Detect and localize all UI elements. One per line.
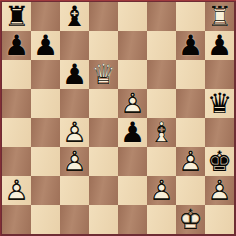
square-f4[interactable]: ♝♗ — [147, 118, 176, 147]
square-a5[interactable] — [2, 89, 31, 118]
square-f5[interactable] — [147, 89, 176, 118]
white-pawn: ♟♙ — [118, 89, 147, 118]
square-e1[interactable] — [118, 205, 147, 234]
black-pawn: ♟ — [118, 118, 147, 147]
square-a8[interactable]: ♜ — [2, 2, 31, 31]
black-pawn: ♟ — [176, 31, 205, 60]
black-rook: ♜ — [2, 2, 31, 31]
square-a3[interactable] — [2, 147, 31, 176]
square-f1[interactable] — [147, 205, 176, 234]
black-pawn: ♟ — [2, 31, 31, 60]
square-c4[interactable]: ♟♙ — [60, 118, 89, 147]
square-g4[interactable] — [176, 118, 205, 147]
square-d2[interactable] — [89, 176, 118, 205]
square-g8[interactable] — [176, 2, 205, 31]
square-f2[interactable]: ♟♙ — [147, 176, 176, 205]
square-c1[interactable] — [60, 205, 89, 234]
square-h2[interactable]: ♟♙ — [205, 176, 234, 205]
square-b4[interactable] — [31, 118, 60, 147]
white-pawn: ♟♙ — [176, 147, 205, 176]
square-c8[interactable]: ♝ — [60, 2, 89, 31]
square-a2[interactable]: ♟♙ — [2, 176, 31, 205]
square-b5[interactable] — [31, 89, 60, 118]
square-c6[interactable]: ♟ — [60, 60, 89, 89]
white-king: ♚♔ — [176, 205, 205, 234]
square-e6[interactable] — [118, 60, 147, 89]
square-d7[interactable] — [89, 31, 118, 60]
square-b2[interactable] — [31, 176, 60, 205]
black-pawn: ♟ — [205, 31, 234, 60]
square-h1[interactable] — [205, 205, 234, 234]
square-h6[interactable] — [205, 60, 234, 89]
square-b1[interactable] — [31, 205, 60, 234]
white-queen: ♛♕ — [89, 60, 118, 89]
square-d3[interactable] — [89, 147, 118, 176]
black-king: ♚ — [205, 147, 234, 176]
square-e8[interactable] — [118, 2, 147, 31]
square-h3[interactable]: ♚ — [205, 147, 234, 176]
square-a7[interactable]: ♟ — [2, 31, 31, 60]
black-queen: ♛ — [205, 89, 234, 118]
square-g6[interactable] — [176, 60, 205, 89]
square-e5[interactable]: ♟♙ — [118, 89, 147, 118]
black-pawn: ♟ — [60, 60, 89, 89]
square-b7[interactable]: ♟ — [31, 31, 60, 60]
white-bishop: ♝♗ — [147, 118, 176, 147]
square-h7[interactable]: ♟ — [205, 31, 234, 60]
square-a4[interactable] — [2, 118, 31, 147]
square-a6[interactable] — [2, 60, 31, 89]
square-f3[interactable] — [147, 147, 176, 176]
square-e7[interactable] — [118, 31, 147, 60]
white-pawn: ♟♙ — [60, 147, 89, 176]
chess-board[interactable]: ♜♝♜♖♟♟♟♟♟♛♕♟♙♛♟♙♟♝♗♟♙♟♙♚♟♙♟♙♟♙♚♔ — [2, 2, 234, 234]
white-pawn: ♟♙ — [2, 176, 31, 205]
square-h4[interactable] — [205, 118, 234, 147]
white-pawn: ♟♙ — [60, 118, 89, 147]
chess-board-frame: ♜♝♜♖♟♟♟♟♟♛♕♟♙♛♟♙♟♝♗♟♙♟♙♚♟♙♟♙♟♙♚♔ — [0, 0, 236, 236]
square-d4[interactable] — [89, 118, 118, 147]
square-e4[interactable]: ♟ — [118, 118, 147, 147]
square-c5[interactable] — [60, 89, 89, 118]
square-d5[interactable] — [89, 89, 118, 118]
square-g7[interactable]: ♟ — [176, 31, 205, 60]
square-g5[interactable] — [176, 89, 205, 118]
square-h8[interactable]: ♜♖ — [205, 2, 234, 31]
square-g1[interactable]: ♚♔ — [176, 205, 205, 234]
square-d1[interactable] — [89, 205, 118, 234]
black-bishop: ♝ — [60, 2, 89, 31]
black-pawn: ♟ — [31, 31, 60, 60]
square-a1[interactable] — [2, 205, 31, 234]
square-b8[interactable] — [31, 2, 60, 31]
square-b6[interactable] — [31, 60, 60, 89]
square-g3[interactable]: ♟♙ — [176, 147, 205, 176]
square-h5[interactable]: ♛ — [205, 89, 234, 118]
square-e2[interactable] — [118, 176, 147, 205]
square-f8[interactable] — [147, 2, 176, 31]
square-d8[interactable] — [89, 2, 118, 31]
square-c7[interactable] — [60, 31, 89, 60]
square-g2[interactable] — [176, 176, 205, 205]
square-c3[interactable]: ♟♙ — [60, 147, 89, 176]
square-e3[interactable] — [118, 147, 147, 176]
white-pawn: ♟♙ — [147, 176, 176, 205]
square-c2[interactable] — [60, 176, 89, 205]
white-rook: ♜♖ — [205, 2, 234, 31]
square-f7[interactable] — [147, 31, 176, 60]
square-d6[interactable]: ♛♕ — [89, 60, 118, 89]
square-f6[interactable] — [147, 60, 176, 89]
square-b3[interactable] — [31, 147, 60, 176]
white-pawn: ♟♙ — [205, 176, 234, 205]
